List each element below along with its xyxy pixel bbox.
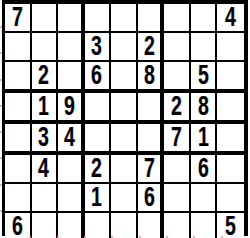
cell-r4c5[interactable] <box>111 93 138 122</box>
given-digit: 7 <box>171 124 182 151</box>
cell-r7c1[interactable] <box>5 155 32 184</box>
given-digit: 1 <box>198 124 209 151</box>
cell-r8c7[interactable] <box>164 184 191 213</box>
cell-r7c9[interactable] <box>217 155 244 184</box>
cell-r1c7[interactable] <box>164 4 191 33</box>
cell-r8c8[interactable] <box>191 184 218 213</box>
cell-r7c8[interactable]: 6 <box>191 155 218 184</box>
cell-r8c6[interactable]: 6 <box>138 184 165 213</box>
cell-r4c8[interactable]: 8 <box>191 93 218 122</box>
given-digit: 3 <box>38 124 49 151</box>
given-digit: 5 <box>198 62 209 89</box>
given-digit: 9 <box>64 93 75 120</box>
cell-r4c7[interactable]: 2 <box>164 93 191 122</box>
cell-r7c3[interactable] <box>58 155 85 184</box>
cell-r2c8[interactable] <box>191 33 218 62</box>
cell-r9c3[interactable] <box>58 213 85 238</box>
cell-r1c1[interactable]: 7 <box>5 4 32 33</box>
cell-r6c2[interactable]: 3 <box>32 124 59 155</box>
cell-r6c6[interactable] <box>138 124 165 155</box>
cell-r9c8[interactable] <box>191 213 218 238</box>
given-digit: 8 <box>144 62 155 89</box>
given-digit: 7 <box>144 155 155 182</box>
given-digit: 2 <box>144 33 155 60</box>
cell-r8c2[interactable] <box>32 184 59 213</box>
cell-r2c7[interactable] <box>164 33 191 62</box>
cell-r4c6[interactable] <box>138 93 165 122</box>
cell-r3c5[interactable] <box>111 62 138 93</box>
cell-r9c5[interactable] <box>111 213 138 238</box>
cell-r2c1[interactable] <box>5 33 32 62</box>
cell-r4c1[interactable] <box>5 93 32 122</box>
given-digit: 4 <box>38 155 49 182</box>
cell-r1c9[interactable]: 4 <box>217 4 244 33</box>
cell-r1c2[interactable] <box>32 4 59 33</box>
cell-r1c5[interactable] <box>111 4 138 33</box>
cell-r6c5[interactable] <box>111 124 138 155</box>
cell-r8c3[interactable] <box>58 184 85 213</box>
given-digit: 2 <box>38 62 49 89</box>
given-digit: 1 <box>92 184 103 211</box>
cell-r3c3[interactable] <box>58 62 85 93</box>
given-digit: 6 <box>144 184 155 211</box>
cell-r1c6[interactable] <box>138 4 165 33</box>
given-digit: 6 <box>198 155 209 182</box>
cell-r6c9[interactable] <box>217 124 244 155</box>
cell-r9c4[interactable] <box>85 213 112 238</box>
cell-r7c6[interactable]: 7 <box>138 155 165 184</box>
cell-r1c3[interactable] <box>58 4 85 33</box>
cell-r6c7[interactable]: 7 <box>164 124 191 155</box>
given-digit: 2 <box>92 155 103 182</box>
cell-r2c5[interactable] <box>111 33 138 62</box>
cell-r4c4[interactable] <box>85 93 112 122</box>
given-digit: 1 <box>38 93 49 120</box>
cell-r2c3[interactable] <box>58 33 85 62</box>
cell-r1c8[interactable] <box>191 4 218 33</box>
cell-r9c1[interactable]: 6 <box>5 213 32 238</box>
given-digit: 2 <box>171 93 182 120</box>
cell-r6c1[interactable] <box>5 124 32 155</box>
cell-r6c3[interactable]: 4 <box>58 124 85 155</box>
cell-r2c4[interactable]: 3 <box>85 33 112 62</box>
cell-r8c9[interactable] <box>217 184 244 213</box>
cell-r8c1[interactable] <box>5 184 32 213</box>
cell-r1c4[interactable] <box>85 4 112 33</box>
cell-r8c5[interactable] <box>111 184 138 213</box>
cell-r3c9[interactable] <box>217 62 244 93</box>
given-digit: 3 <box>92 33 103 60</box>
given-digit: 8 <box>198 93 209 120</box>
given-digit: 5 <box>225 213 236 238</box>
cell-r4c3[interactable]: 9 <box>58 93 85 122</box>
cell-r9c2[interactable] <box>32 213 59 238</box>
given-digit: 4 <box>64 124 75 151</box>
given-digit: 4 <box>225 4 236 31</box>
cell-r9c7[interactable] <box>164 213 191 238</box>
cell-r7c2[interactable]: 4 <box>32 155 59 184</box>
cell-r3c4[interactable]: 6 <box>85 62 112 93</box>
cell-r2c6[interactable]: 2 <box>138 33 165 62</box>
cell-r3c8[interactable]: 5 <box>191 62 218 93</box>
cell-r4c2[interactable]: 1 <box>32 93 59 122</box>
cell-r4c9[interactable] <box>217 93 244 122</box>
cell-r6c8[interactable]: 1 <box>191 124 218 155</box>
sudoku-puzzle: 743226851928347142761665 <box>0 0 250 238</box>
cell-r3c2[interactable]: 2 <box>32 62 59 93</box>
cell-r7c4[interactable]: 2 <box>85 155 112 184</box>
cell-r2c9[interactable] <box>217 33 244 62</box>
cell-r9c9[interactable]: 5 <box>217 213 244 238</box>
cell-r6c4[interactable] <box>85 124 112 155</box>
given-digit: 6 <box>92 62 103 89</box>
cell-r7c5[interactable] <box>111 155 138 184</box>
cell-r8c4[interactable]: 1 <box>85 184 112 213</box>
cell-r2c2[interactable] <box>32 33 59 62</box>
sudoku-grid: 743226851928347142761665 <box>2 0 248 236</box>
cell-r3c7[interactable] <box>164 62 191 93</box>
cell-r3c6[interactable]: 8 <box>138 62 165 93</box>
cell-r9c6[interactable] <box>138 213 165 238</box>
given-digit: 6 <box>12 213 23 238</box>
cell-r7c7[interactable] <box>164 155 191 184</box>
cell-r3c1[interactable] <box>5 62 32 93</box>
given-digit: 7 <box>12 4 23 31</box>
